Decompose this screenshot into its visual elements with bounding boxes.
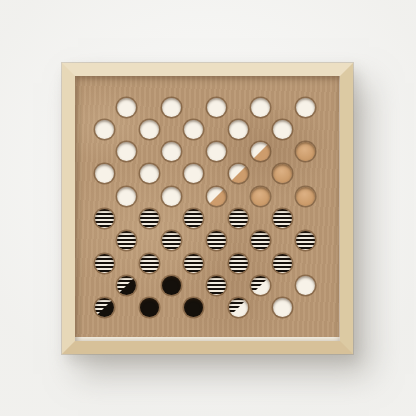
board-cell-r4c3: [171, 163, 216, 185]
disc-white-disc-r2c1[interactable]: [95, 120, 114, 139]
board-row-5: [105, 185, 340, 207]
disc-black-and-white-horizontally-r8c5[interactable]: [273, 254, 292, 273]
disc-half-striped-r10c1[interactable]: [95, 298, 114, 317]
disc-white-disc-r2c4[interactable]: [229, 120, 248, 139]
board-cell-r10c2: [127, 297, 172, 319]
disc-black-and-white-horizontally-r6c2[interactable]: [140, 209, 159, 228]
board-cell-r9c3: [194, 274, 239, 296]
board-cell-r5c5: [283, 185, 328, 207]
board-row-10: [82, 297, 340, 319]
disc-black-and-white-horizontally-r8c3[interactable]: [184, 254, 203, 273]
disc-white-disc-r5c2[interactable]: [162, 187, 181, 206]
board-cell-r4c5: [261, 163, 306, 185]
board-row-2: [82, 118, 340, 140]
board-cell-r6c2: [127, 207, 172, 229]
disc-half-white-r5c3[interactable]: [207, 187, 226, 206]
board-cell-r4c1: [82, 163, 127, 185]
disc-half-striped-r10c4[interactable]: [229, 298, 248, 317]
disc-white-disc-r4c3[interactable]: [184, 164, 203, 183]
board-cell-r7c4: [238, 230, 283, 252]
board-cell-r6c4: [216, 207, 261, 229]
board-cell-r4c2: [127, 163, 172, 185]
disc-natural-wood-r4c5[interactable]: [273, 164, 292, 183]
board-cell-r9c1: [105, 274, 150, 296]
disc-white-disc-r1c5[interactable]: [296, 98, 315, 117]
disc-solid-black-r9c2[interactable]: [162, 276, 181, 295]
disc-half-striped-r9c4[interactable]: [251, 276, 270, 295]
disc-solid-black-r10c2[interactable]: [140, 298, 159, 317]
disc-natural-wood-r5c4[interactable]: [251, 187, 270, 206]
disc-black-and-white-horizontally-r6c1[interactable]: [95, 209, 114, 228]
board-cell-r7c1: [105, 230, 150, 252]
board-cell-r10c4: [216, 297, 261, 319]
disc-black-and-white-horizontally-r6c5[interactable]: [273, 209, 292, 228]
board-cell-r5c3: [194, 185, 239, 207]
disc-black-and-white-horizontally-r8c1[interactable]: [95, 254, 114, 273]
game-board: [75, 76, 340, 341]
disc-white-disc-r4c2[interactable]: [140, 164, 159, 183]
disc-grid: [75, 76, 340, 319]
disc-half-striped-r9c1[interactable]: [117, 276, 136, 295]
board-row-3: [105, 140, 340, 162]
board-cell-r8c2: [127, 252, 172, 274]
board-cell-r2c4: [216, 118, 261, 140]
board-cell-r8c5: [261, 252, 306, 274]
disc-black-and-white-horizontally-r7c5[interactable]: [296, 231, 315, 250]
board-cell-r8c1: [82, 252, 127, 274]
board-cell-r9c2: [149, 274, 194, 296]
disc-black-and-white-horizontally-r8c2[interactable]: [140, 254, 159, 273]
board-cell-r2c1: [82, 118, 127, 140]
board-cell-r1c1: [105, 96, 150, 118]
board-cell-r1c4: [238, 96, 283, 118]
board-row-8: [82, 252, 340, 274]
board-cell-r2c5: [261, 118, 306, 140]
disc-white-disc-r5c1[interactable]: [117, 187, 136, 206]
disc-white-disc-r2c2[interactable]: [140, 120, 159, 139]
board-cell-r6c3: [171, 207, 216, 229]
disc-white-disc-r3c3[interactable]: [207, 142, 226, 161]
disc-half-white-r4c4[interactable]: [229, 164, 248, 183]
disc-white-disc-r1c4[interactable]: [251, 98, 270, 117]
board-cell-r3c2: [149, 140, 194, 162]
disc-half-white-r3c4[interactable]: [251, 142, 270, 161]
board-cell-r9c5: [283, 274, 328, 296]
board-cell-r5c1: [105, 185, 150, 207]
board-cell-r6c1: [82, 207, 127, 229]
disc-white-disc-r1c3[interactable]: [207, 98, 226, 117]
board-cell-r2c2: [127, 118, 172, 140]
board-cell-r9c4: [238, 274, 283, 296]
disc-natural-wood-r5c5[interactable]: [296, 187, 315, 206]
disc-black-and-white-horizontally-r9c3[interactable]: [207, 276, 226, 295]
disc-white-disc-r4c1[interactable]: [95, 164, 114, 183]
board-cell-r3c5: [283, 140, 328, 162]
board-cell-r10c5: [261, 297, 306, 319]
board-cell-r7c2: [149, 230, 194, 252]
board-cell-r3c1: [105, 140, 150, 162]
board-cell-r8c3: [171, 252, 216, 274]
board-cell-r2c3: [171, 118, 216, 140]
disc-black-and-white-horizontally-r7c2[interactable]: [162, 231, 181, 250]
board-cell-r3c3: [194, 140, 239, 162]
wall-background: [0, 0, 416, 416]
board-row-4: [82, 163, 340, 185]
disc-white-disc-r1c2[interactable]: [162, 98, 181, 117]
board-cell-r5c2: [149, 185, 194, 207]
disc-black-and-white-horizontally-r7c4[interactable]: [251, 231, 270, 250]
disc-white-disc-r3c2[interactable]: [162, 142, 181, 161]
disc-black-and-white-horizontally-r7c1[interactable]: [117, 231, 136, 250]
board-row-9: [105, 274, 340, 296]
board-cell-r3c4: [238, 140, 283, 162]
disc-black-and-white-horizontally-r6c3[interactable]: [184, 209, 203, 228]
disc-natural-wood-r3c5[interactable]: [296, 142, 315, 161]
picture-frame: [62, 63, 353, 354]
board-cell-r10c1: [82, 297, 127, 319]
board-row-7: [105, 230, 340, 252]
disc-white-disc-r9c5[interactable]: [296, 276, 315, 295]
disc-black-and-white-horizontally-r7c3[interactable]: [207, 231, 226, 250]
board-row-6: [82, 207, 340, 229]
disc-black-and-white-horizontally-r6c4[interactable]: [229, 209, 248, 228]
disc-white-disc-r10c5[interactable]: [273, 298, 292, 317]
disc-white-disc-r3c1[interactable]: [117, 142, 136, 161]
disc-solid-black-r10c3[interactable]: [184, 298, 203, 317]
board-cell-r6c5: [261, 207, 306, 229]
disc-white-disc-r1c1[interactable]: [117, 98, 136, 117]
board-cell-r1c5: [283, 96, 328, 118]
board-cell-r1c3: [194, 96, 239, 118]
board-cell-r1c2: [149, 96, 194, 118]
board-cell-r5c4: [238, 185, 283, 207]
disc-white-disc-r2c5[interactable]: [273, 120, 292, 139]
board-cell-r10c3: [171, 297, 216, 319]
board-cell-r4c4: [216, 163, 261, 185]
disc-black-and-white-horizontally-r8c4[interactable]: [229, 254, 248, 273]
board-cell-r7c3: [194, 230, 239, 252]
disc-white-disc-r2c3[interactable]: [184, 120, 203, 139]
board-cell-r7c5: [283, 230, 328, 252]
board-cell-r8c4: [216, 252, 261, 274]
board-row-1: [105, 96, 340, 118]
